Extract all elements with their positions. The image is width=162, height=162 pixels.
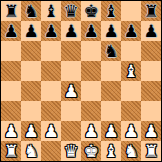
square-c4[interactable] xyxy=(41,81,61,101)
square-e3[interactable] xyxy=(81,101,101,121)
square-e5[interactable] xyxy=(81,61,101,81)
black-pawn[interactable]: ♟ xyxy=(43,21,58,41)
square-e6[interactable] xyxy=(81,41,101,61)
square-a5[interactable] xyxy=(1,61,21,81)
square-g2[interactable]: ♟ xyxy=(121,121,141,141)
square-d3[interactable] xyxy=(61,101,81,121)
black-king[interactable]: ♚ xyxy=(83,1,98,21)
square-f8[interactable]: ♝ xyxy=(101,1,121,21)
square-g7[interactable]: ♟ xyxy=(121,21,141,41)
white-pawn[interactable]: ♟ xyxy=(123,121,138,141)
black-bishop[interactable]: ♝ xyxy=(103,1,118,21)
white-pawn[interactable]: ♟ xyxy=(83,121,98,141)
black-knight[interactable]: ♞ xyxy=(103,41,118,61)
white-pawn[interactable]: ♟ xyxy=(63,81,78,101)
square-b6[interactable] xyxy=(21,41,41,61)
white-pawn[interactable]: ♟ xyxy=(143,121,158,141)
square-c2[interactable]: ♟ xyxy=(41,121,61,141)
square-h6[interactable] xyxy=(141,41,161,61)
black-pawn[interactable]: ♟ xyxy=(143,21,158,41)
white-knight[interactable]: ♞ xyxy=(123,141,138,161)
square-c7[interactable]: ♟ xyxy=(41,21,61,41)
white-pawn[interactable]: ♟ xyxy=(103,121,118,141)
square-g8[interactable] xyxy=(121,1,141,21)
square-g5[interactable]: ♝ xyxy=(121,61,141,81)
square-d6[interactable] xyxy=(61,41,81,61)
white-king[interactable]: ♚ xyxy=(83,141,98,161)
square-d5[interactable] xyxy=(61,61,81,81)
black-pawn[interactable]: ♟ xyxy=(123,21,138,41)
chess-board: ♜♞♝♛♚♝♜♟♟♟♟♟♟♟♟♞♝♟♟♟♟♟♟♟♟♜♞♛♚♝♞♜ xyxy=(0,0,162,162)
square-h1[interactable]: ♜ xyxy=(141,141,161,161)
black-pawn[interactable]: ♟ xyxy=(3,21,18,41)
square-f7[interactable]: ♟ xyxy=(101,21,121,41)
square-b2[interactable]: ♟ xyxy=(21,121,41,141)
square-a4[interactable] xyxy=(1,81,21,101)
black-pawn[interactable]: ♟ xyxy=(63,21,78,41)
square-d8[interactable]: ♛ xyxy=(61,1,81,21)
black-pawn[interactable]: ♟ xyxy=(23,21,38,41)
black-knight[interactable]: ♞ xyxy=(23,1,38,21)
square-h4[interactable] xyxy=(141,81,161,101)
square-c1[interactable] xyxy=(41,141,61,161)
square-h8[interactable]: ♜ xyxy=(141,1,161,21)
white-pawn[interactable]: ♟ xyxy=(43,121,58,141)
square-a7[interactable]: ♟ xyxy=(1,21,21,41)
white-rook[interactable]: ♜ xyxy=(3,141,18,161)
black-bishop[interactable]: ♝ xyxy=(43,1,58,21)
black-rook[interactable]: ♜ xyxy=(143,1,158,21)
square-a8[interactable]: ♜ xyxy=(1,1,21,21)
square-a2[interactable]: ♟ xyxy=(1,121,21,141)
square-e7[interactable]: ♟ xyxy=(81,21,101,41)
black-queen[interactable]: ♛ xyxy=(63,1,78,21)
square-f3[interactable] xyxy=(101,101,121,121)
square-a1[interactable]: ♜ xyxy=(1,141,21,161)
square-f5[interactable] xyxy=(101,61,121,81)
square-c8[interactable]: ♝ xyxy=(41,1,61,21)
square-b7[interactable]: ♟ xyxy=(21,21,41,41)
white-queen[interactable]: ♛ xyxy=(63,141,78,161)
square-f2[interactable]: ♟ xyxy=(101,121,121,141)
square-b4[interactable] xyxy=(21,81,41,101)
square-f6[interactable]: ♞ xyxy=(101,41,121,61)
square-h5[interactable] xyxy=(141,61,161,81)
chess-diagram: ♜♞♝♛♚♝♜♟♟♟♟♟♟♟♟♞♝♟♟♟♟♟♟♟♟♜♞♛♚♝♞♜ xyxy=(0,0,162,162)
black-pawn[interactable]: ♟ xyxy=(83,21,98,41)
square-g1[interactable]: ♞ xyxy=(121,141,141,161)
square-d1[interactable]: ♛ xyxy=(61,141,81,161)
square-d7[interactable]: ♟ xyxy=(61,21,81,41)
square-a3[interactable] xyxy=(1,101,21,121)
square-e8[interactable]: ♚ xyxy=(81,1,101,21)
white-pawn[interactable]: ♟ xyxy=(3,121,18,141)
white-pawn[interactable]: ♟ xyxy=(23,121,38,141)
square-b5[interactable] xyxy=(21,61,41,81)
square-g3[interactable] xyxy=(121,101,141,121)
square-f1[interactable]: ♝ xyxy=(101,141,121,161)
square-b1[interactable]: ♞ xyxy=(21,141,41,161)
square-h2[interactable]: ♟ xyxy=(141,121,161,141)
square-b8[interactable]: ♞ xyxy=(21,1,41,21)
square-a6[interactable] xyxy=(1,41,21,61)
square-c5[interactable] xyxy=(41,61,61,81)
white-knight[interactable]: ♞ xyxy=(23,141,38,161)
white-bishop[interactable]: ♝ xyxy=(103,141,118,161)
white-rook[interactable]: ♜ xyxy=(143,141,158,161)
square-g6[interactable] xyxy=(121,41,141,61)
square-c3[interactable] xyxy=(41,101,61,121)
white-bishop[interactable]: ♝ xyxy=(123,61,138,81)
square-e2[interactable]: ♟ xyxy=(81,121,101,141)
square-b3[interactable] xyxy=(21,101,41,121)
square-e4[interactable] xyxy=(81,81,101,101)
square-e1[interactable]: ♚ xyxy=(81,141,101,161)
square-d4[interactable]: ♟ xyxy=(61,81,81,101)
black-rook[interactable]: ♜ xyxy=(3,1,18,21)
square-d2[interactable] xyxy=(61,121,81,141)
square-h7[interactable]: ♟ xyxy=(141,21,161,41)
square-f4[interactable] xyxy=(101,81,121,101)
square-h3[interactable] xyxy=(141,101,161,121)
square-g4[interactable] xyxy=(121,81,141,101)
square-c6[interactable] xyxy=(41,41,61,61)
black-pawn[interactable]: ♟ xyxy=(103,21,118,41)
